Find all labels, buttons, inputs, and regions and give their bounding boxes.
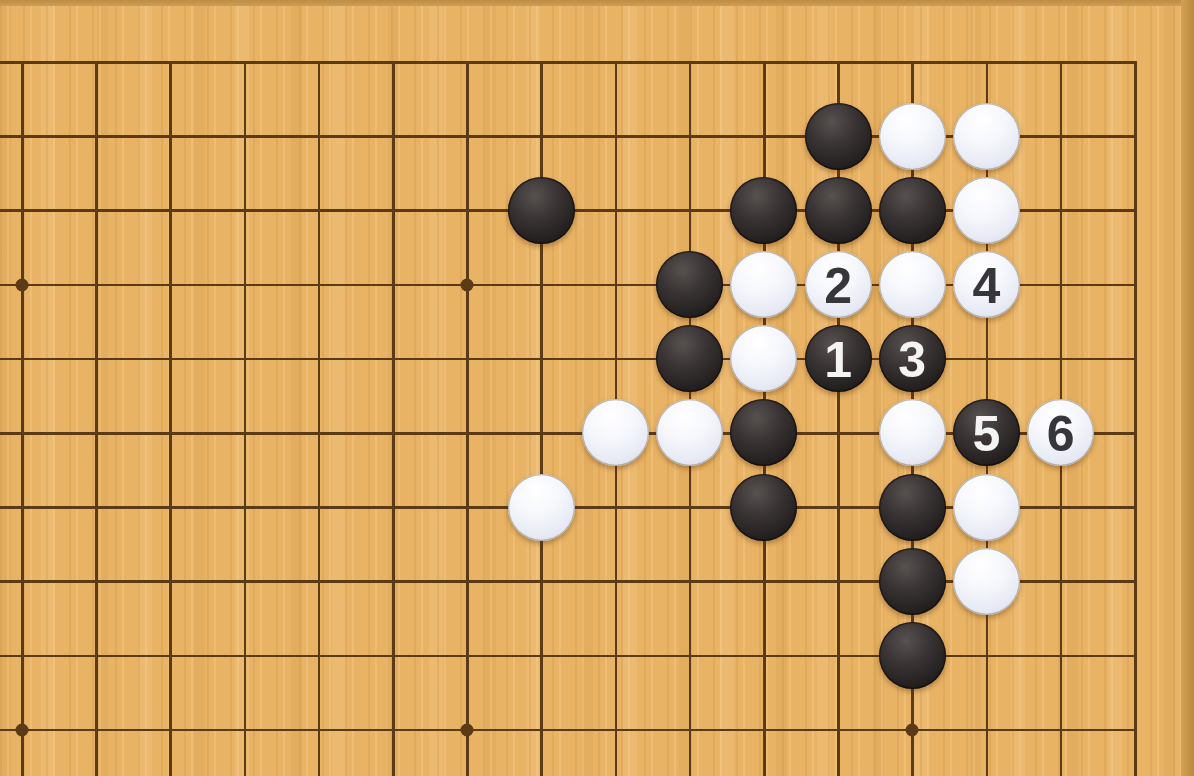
stone-black: [879, 548, 946, 615]
stone-white: [656, 399, 723, 466]
stone-white: 4: [953, 251, 1020, 318]
stone-white: [953, 103, 1020, 170]
stone-white: [953, 177, 1020, 244]
stone-black: 5: [953, 399, 1020, 466]
stone-white: [879, 251, 946, 318]
stone-black: [656, 325, 723, 392]
stone-white: [879, 399, 946, 466]
move-number-label: 2: [824, 261, 852, 311]
move-number-label: 1: [824, 335, 852, 385]
move-number-label: 4: [973, 261, 1001, 311]
stone-white: [508, 474, 575, 541]
goban-grid[interactable]: 241356: [0, 25, 1172, 767]
move-number-label: 5: [973, 409, 1001, 459]
stone-black: [879, 177, 946, 244]
stone-white: 6: [1027, 399, 1094, 466]
stone-black: [656, 251, 723, 318]
stone-black: [805, 177, 872, 244]
stone-black: [805, 103, 872, 170]
stone-black: [730, 177, 797, 244]
board-top-edge-bevel: [0, 0, 1194, 6]
stone-black: 1: [805, 325, 872, 392]
stone-white: [730, 251, 797, 318]
stone-black: [730, 474, 797, 541]
stone-black: 3: [879, 325, 946, 392]
stone-white: [953, 548, 1020, 615]
stone-white: [582, 399, 649, 466]
board-right-edge-bevel: [1181, 0, 1194, 776]
stone-white: 2: [805, 251, 872, 318]
go-board-screenshot: 241356: [0, 0, 1194, 776]
move-number-label: 6: [1047, 409, 1075, 459]
stone-white: [730, 325, 797, 392]
stone-black: [879, 622, 946, 689]
stone-white: [879, 103, 946, 170]
move-number-label: 3: [898, 335, 926, 385]
stone-white: [953, 474, 1020, 541]
stone-black: [730, 399, 797, 466]
stone-black: [879, 474, 946, 541]
stone-black: [508, 177, 575, 244]
